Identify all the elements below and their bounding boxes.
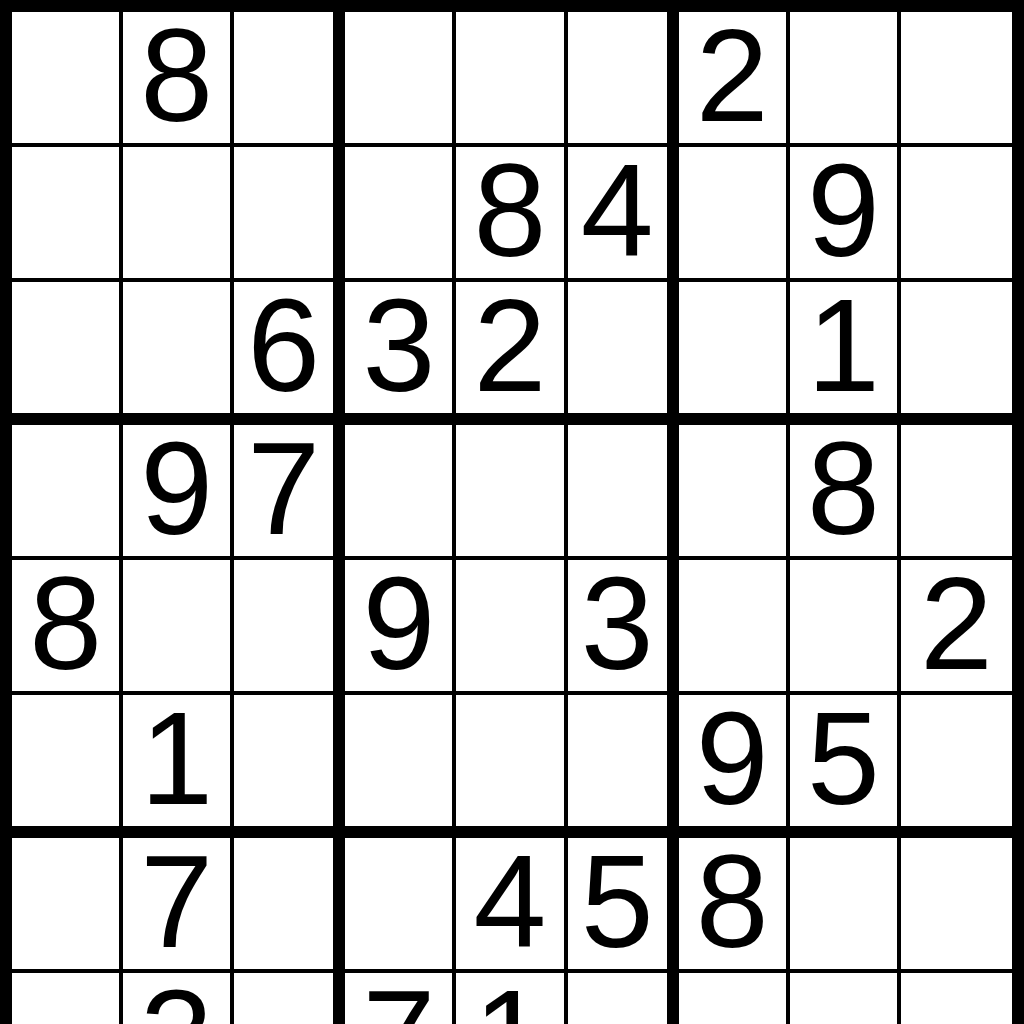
cell-r5c8[interactable] (790, 560, 901, 695)
cell-r6c7[interactable]: 9 (679, 695, 790, 838)
given-digit: 9 (696, 693, 769, 824)
cell-r8c5[interactable]: 1 (456, 973, 567, 1024)
given-digit: 1 (474, 971, 547, 1024)
cell-r5c1[interactable]: 8 (12, 560, 123, 695)
cell-r3c7[interactable] (679, 282, 790, 425)
cell-r2c8[interactable]: 9 (790, 147, 901, 282)
cell-r2c5[interactable]: 8 (456, 147, 567, 282)
cell-r4c7[interactable] (679, 425, 790, 560)
given-digit: 9 (807, 145, 880, 276)
cell-r1c8[interactable] (790, 12, 901, 147)
cell-r8c2[interactable]: 3 (123, 973, 234, 1024)
cell-r2c7[interactable] (679, 147, 790, 282)
given-digit: 4 (581, 145, 654, 276)
cell-r1c1[interactable] (12, 12, 123, 147)
cell-r1c4[interactable] (345, 12, 456, 147)
cell-r4c3[interactable]: 7 (234, 425, 345, 560)
given-digit: 8 (807, 423, 880, 554)
given-digit: 3 (140, 971, 213, 1024)
given-digit: 7 (362, 971, 435, 1024)
cell-r3c8[interactable]: 1 (790, 282, 901, 425)
cell-r1c7[interactable]: 2 (679, 12, 790, 147)
cell-r4c8[interactable]: 8 (790, 425, 901, 560)
cell-r5c4[interactable]: 9 (345, 560, 456, 695)
cell-r1c6[interactable] (568, 12, 679, 147)
given-digit: 8 (29, 558, 102, 689)
cell-r2c2[interactable] (123, 147, 234, 282)
cell-r8c6[interactable] (568, 973, 679, 1024)
given-digit: 8 (140, 10, 213, 141)
cell-r5c5[interactable] (456, 560, 567, 695)
cell-r7c6[interactable]: 5 (568, 838, 679, 973)
given-digit: 5 (807, 693, 880, 824)
cell-r3c4[interactable]: 3 (345, 282, 456, 425)
cell-r7c5[interactable]: 4 (456, 838, 567, 973)
cell-r1c5[interactable] (456, 12, 567, 147)
cell-r3c5[interactable]: 2 (456, 282, 567, 425)
given-digit: 2 (920, 558, 993, 689)
cell-r8c4[interactable]: 7 (345, 973, 456, 1024)
given-digit: 1 (140, 693, 213, 824)
sudoku-page: 8284963219788932195745837184 (0, 0, 1024, 1024)
cell-r6c3[interactable] (234, 695, 345, 838)
cell-r6c4[interactable] (345, 695, 456, 838)
cell-r2c1[interactable] (12, 147, 123, 282)
cell-r7c8[interactable] (790, 838, 901, 973)
cell-r6c8[interactable]: 5 (790, 695, 901, 838)
cell-r6c1[interactable] (12, 695, 123, 838)
given-digit: 8 (474, 145, 547, 276)
cell-r1c9[interactable] (901, 12, 1012, 147)
cell-r3c9[interactable] (901, 282, 1012, 425)
given-digit: 7 (247, 423, 320, 554)
cell-r5c6[interactable]: 3 (568, 560, 679, 695)
given-digit: 3 (362, 280, 435, 411)
cell-r7c9[interactable] (901, 838, 1012, 973)
cell-r7c3[interactable] (234, 838, 345, 973)
cell-r6c6[interactable] (568, 695, 679, 838)
cell-r4c2[interactable]: 9 (123, 425, 234, 560)
given-digit: 6 (247, 280, 320, 411)
cell-r4c4[interactable] (345, 425, 456, 560)
cell-r8c8[interactable] (790, 973, 901, 1024)
cell-r2c9[interactable] (901, 147, 1012, 282)
cell-r3c6[interactable] (568, 282, 679, 425)
cell-r8c1[interactable] (12, 973, 123, 1024)
cell-r6c2[interactable]: 1 (123, 695, 234, 838)
cell-r6c9[interactable] (901, 695, 1012, 838)
cell-r7c4[interactable] (345, 838, 456, 973)
cell-r5c7[interactable] (679, 560, 790, 695)
cell-r5c9[interactable]: 2 (901, 560, 1012, 695)
given-digit: 5 (581, 836, 654, 967)
cell-r1c2[interactable]: 8 (123, 12, 234, 147)
cell-r2c4[interactable] (345, 147, 456, 282)
cell-r1c3[interactable] (234, 12, 345, 147)
cell-r7c2[interactable]: 7 (123, 838, 234, 973)
cell-r3c3[interactable]: 6 (234, 282, 345, 425)
given-digit: 7 (140, 836, 213, 967)
cell-r4c1[interactable] (12, 425, 123, 560)
given-digit: 9 (140, 423, 213, 554)
cell-r8c7[interactable] (679, 973, 790, 1024)
cell-r8c3[interactable] (234, 973, 345, 1024)
given-digit: 4 (474, 836, 547, 967)
sudoku-board: 8284963219788932195745837184 (0, 0, 1024, 1024)
given-digit: 2 (696, 10, 769, 141)
cell-r5c2[interactable] (123, 560, 234, 695)
cell-r2c6[interactable]: 4 (568, 147, 679, 282)
cell-r7c1[interactable] (12, 838, 123, 973)
cell-r4c6[interactable] (568, 425, 679, 560)
cell-r2c3[interactable] (234, 147, 345, 282)
cell-r4c5[interactable] (456, 425, 567, 560)
cell-r8c9[interactable] (901, 973, 1012, 1024)
given-digit: 1 (807, 280, 880, 411)
given-digit: 8 (696, 836, 769, 967)
given-digit: 3 (581, 558, 654, 689)
cell-r6c5[interactable] (456, 695, 567, 838)
cell-r5c3[interactable] (234, 560, 345, 695)
given-digit: 2 (474, 280, 547, 411)
cell-r3c2[interactable] (123, 282, 234, 425)
cell-r4c9[interactable] (901, 425, 1012, 560)
given-digit: 9 (362, 558, 435, 689)
cell-r7c7[interactable]: 8 (679, 838, 790, 973)
cell-r3c1[interactable] (12, 282, 123, 425)
